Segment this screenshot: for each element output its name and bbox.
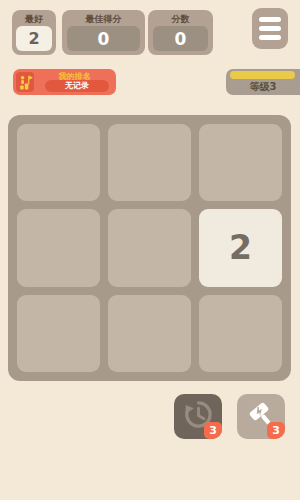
undo-button[interactable]: 3 [174,394,222,439]
board-cell [199,295,282,372]
board-cell [108,124,191,201]
podium-flag-icon [16,72,34,92]
board-cell [108,209,191,286]
hammer-button[interactable]: 3 [237,394,285,439]
best-score-label: 最佳得分 [62,13,145,25]
undo-count-badge: 3 [204,422,222,439]
score-value: 0 [153,26,208,51]
best-tile-label: 最好 [12,13,56,25]
board-cell [17,124,100,201]
level-label: 等级3 [226,80,300,93]
best-score-value: 0 [67,26,140,51]
board-cell [108,295,191,372]
level-badge[interactable]: 等级3 [226,69,300,95]
game-board[interactable]: 2 [8,115,291,381]
menu-button[interactable] [252,8,288,49]
rank-banner[interactable]: 我的排名 无记录 [13,69,116,95]
tile-2: 2 [199,209,282,286]
score-label: 分数 [148,13,213,25]
best-score-box: 最佳得分 0 [62,10,145,55]
rank-record-pill: 无记录 [45,80,109,92]
score-box: 分数 0 [148,10,213,55]
board-cell [17,209,100,286]
board-cell [199,124,282,201]
level-progress-bar [230,71,295,79]
board-cell [17,295,100,372]
hammer-count-badge: 3 [267,422,285,439]
best-tile-box: 最好 2 [12,10,56,55]
best-tile-value: 2 [16,26,52,51]
